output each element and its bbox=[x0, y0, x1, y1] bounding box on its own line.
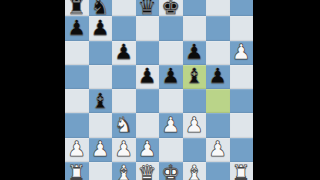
square-g5[interactable]: ♟ bbox=[206, 65, 230, 89]
black-bishop-piece[interactable]: ♝ bbox=[185, 66, 204, 87]
square-g1[interactable] bbox=[206, 162, 230, 180]
square-c4[interactable] bbox=[112, 89, 136, 113]
square-g6[interactable] bbox=[206, 41, 230, 65]
square-a4[interactable] bbox=[65, 89, 89, 113]
white-pawn-piece[interactable]: ♟ bbox=[114, 139, 133, 160]
white-pawn-piece[interactable]: ♟ bbox=[138, 139, 157, 160]
square-h6[interactable]: ♟ bbox=[230, 41, 254, 65]
white-pawn-piece[interactable]: ♟ bbox=[161, 115, 180, 136]
black-king-piece[interactable]: ♚ bbox=[161, 0, 180, 18]
square-h1[interactable]: ♜ bbox=[230, 162, 254, 180]
white-king-piece[interactable]: ♚ bbox=[161, 163, 180, 180]
square-e5[interactable]: ♟ bbox=[159, 65, 183, 89]
video-frame: ♜♞♛♚♟♟♟♟♟♟♟♝♟♝♞♟♟♟♟♟♟♟♜♝♛♚♝♜ bbox=[0, 0, 320, 180]
square-h3[interactable] bbox=[230, 113, 254, 137]
square-d5[interactable]: ♟ bbox=[136, 65, 160, 89]
square-c3[interactable]: ♞ bbox=[112, 113, 136, 137]
square-c2[interactable]: ♟ bbox=[112, 138, 136, 162]
white-rook-piece[interactable]: ♜ bbox=[232, 163, 251, 180]
black-knight-piece[interactable]: ♞ bbox=[91, 0, 110, 18]
square-d8[interactable]: ♛ bbox=[136, 0, 160, 16]
black-pawn-piece[interactable]: ♟ bbox=[185, 42, 204, 63]
square-a1[interactable]: ♜ bbox=[65, 162, 89, 180]
square-d2[interactable]: ♟ bbox=[136, 138, 160, 162]
square-d3[interactable] bbox=[136, 113, 160, 137]
chess-board: ♜♞♛♚♟♟♟♟♟♟♟♝♟♝♞♟♟♟♟♟♟♟♜♝♛♚♝♜ bbox=[65, 0, 253, 180]
white-pawn-piece[interactable]: ♟ bbox=[232, 42, 251, 63]
black-queen-piece[interactable]: ♛ bbox=[138, 0, 157, 18]
square-e3[interactable]: ♟ bbox=[159, 113, 183, 137]
white-pawn-piece[interactable]: ♟ bbox=[185, 115, 204, 136]
square-b8[interactable]: ♞ bbox=[89, 0, 113, 16]
square-g2[interactable]: ♟ bbox=[206, 138, 230, 162]
square-b2[interactable]: ♟ bbox=[89, 138, 113, 162]
square-b3[interactable] bbox=[89, 113, 113, 137]
black-pawn-piece[interactable]: ♟ bbox=[161, 66, 180, 87]
square-c6[interactable]: ♟ bbox=[112, 41, 136, 65]
white-rook-piece[interactable]: ♜ bbox=[67, 163, 86, 180]
white-pawn-piece[interactable]: ♟ bbox=[91, 139, 110, 160]
black-pawn-piece[interactable]: ♟ bbox=[114, 42, 133, 63]
square-a3[interactable] bbox=[65, 113, 89, 137]
square-g8[interactable] bbox=[206, 0, 230, 16]
black-pawn-piece[interactable]: ♟ bbox=[67, 18, 86, 39]
white-pawn-piece[interactable]: ♟ bbox=[67, 139, 86, 160]
square-c5[interactable] bbox=[112, 65, 136, 89]
square-d6[interactable] bbox=[136, 41, 160, 65]
square-a8[interactable]: ♜ bbox=[65, 0, 89, 16]
square-f2[interactable] bbox=[183, 138, 207, 162]
square-g3[interactable] bbox=[206, 113, 230, 137]
square-e2[interactable] bbox=[159, 138, 183, 162]
square-f7[interactable] bbox=[183, 16, 207, 40]
square-a5[interactable] bbox=[65, 65, 89, 89]
square-f5[interactable]: ♝ bbox=[183, 65, 207, 89]
square-f6[interactable]: ♟ bbox=[183, 41, 207, 65]
black-pawn-piece[interactable]: ♟ bbox=[138, 66, 157, 87]
square-e1[interactable]: ♚ bbox=[159, 162, 183, 180]
square-d7[interactable] bbox=[136, 16, 160, 40]
white-queen-piece[interactable]: ♛ bbox=[138, 163, 157, 180]
square-b1[interactable] bbox=[89, 162, 113, 180]
square-b7[interactable]: ♟ bbox=[89, 16, 113, 40]
square-b5[interactable] bbox=[89, 65, 113, 89]
square-c8[interactable] bbox=[112, 0, 136, 16]
square-d1[interactable]: ♛ bbox=[136, 162, 160, 180]
square-a6[interactable] bbox=[65, 41, 89, 65]
square-h8[interactable] bbox=[230, 0, 254, 16]
black-rook-piece[interactable]: ♜ bbox=[67, 0, 86, 18]
square-e8[interactable]: ♚ bbox=[159, 0, 183, 16]
square-h7[interactable] bbox=[230, 16, 254, 40]
square-e4[interactable] bbox=[159, 89, 183, 113]
square-e6[interactable] bbox=[159, 41, 183, 65]
white-knight-piece[interactable]: ♞ bbox=[114, 115, 133, 136]
white-pawn-piece[interactable]: ♟ bbox=[208, 139, 227, 160]
square-f4[interactable] bbox=[183, 89, 207, 113]
square-g4[interactable] bbox=[206, 89, 230, 113]
square-e7[interactable] bbox=[159, 16, 183, 40]
square-a7[interactable]: ♟ bbox=[65, 16, 89, 40]
square-h5[interactable] bbox=[230, 65, 254, 89]
square-h4[interactable] bbox=[230, 89, 254, 113]
black-pawn-piece[interactable]: ♟ bbox=[91, 18, 110, 39]
square-b4[interactable]: ♝ bbox=[89, 89, 113, 113]
square-g7[interactable] bbox=[206, 16, 230, 40]
square-a2[interactable]: ♟ bbox=[65, 138, 89, 162]
square-f8[interactable] bbox=[183, 0, 207, 16]
square-d4[interactable] bbox=[136, 89, 160, 113]
black-bishop-piece[interactable]: ♝ bbox=[91, 91, 110, 112]
white-bishop-piece[interactable]: ♝ bbox=[185, 163, 204, 180]
square-h2[interactable] bbox=[230, 138, 254, 162]
white-bishop-piece[interactable]: ♝ bbox=[114, 163, 133, 180]
black-pawn-piece[interactable]: ♟ bbox=[208, 66, 227, 87]
square-f1[interactable]: ♝ bbox=[183, 162, 207, 180]
square-c7[interactable] bbox=[112, 16, 136, 40]
square-f3[interactable]: ♟ bbox=[183, 113, 207, 137]
square-b6[interactable] bbox=[89, 41, 113, 65]
square-c1[interactable]: ♝ bbox=[112, 162, 136, 180]
